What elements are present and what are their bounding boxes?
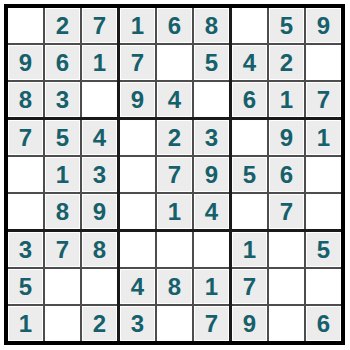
cell-r5c7: 5 bbox=[232, 157, 267, 192]
cell-r1c9: 9 bbox=[306, 8, 341, 43]
cell-r6c7[interactable] bbox=[232, 194, 267, 229]
cell-r8c6: 1 bbox=[194, 269, 229, 304]
cell-r4c5: 2 bbox=[157, 120, 192, 155]
cell-r5c9[interactable] bbox=[306, 157, 341, 192]
cell-r8c4: 4 bbox=[120, 269, 155, 304]
cell-r1c4: 1 bbox=[120, 8, 155, 43]
cell-r2c3: 1 bbox=[82, 45, 117, 80]
box-3-1: 378512 bbox=[8, 232, 117, 341]
cell-r6c6: 4 bbox=[194, 194, 229, 229]
cell-r4c9: 1 bbox=[306, 120, 341, 155]
cell-r8c2[interactable] bbox=[45, 269, 80, 304]
cell-r9c9: 6 bbox=[306, 306, 341, 341]
cell-r4c7[interactable] bbox=[232, 120, 267, 155]
cell-r1c3: 7 bbox=[82, 8, 117, 43]
cell-r6c4[interactable] bbox=[120, 194, 155, 229]
cell-r5c3: 3 bbox=[82, 157, 117, 192]
cell-r3c2: 3 bbox=[45, 82, 80, 117]
cell-r2c9[interactable] bbox=[306, 45, 341, 80]
cell-r2c6: 5 bbox=[194, 45, 229, 80]
cell-r2c1: 9 bbox=[8, 45, 43, 80]
cell-r5c8: 6 bbox=[269, 157, 304, 192]
box-1-1: 2796183 bbox=[8, 8, 117, 117]
cell-r5c1[interactable] bbox=[8, 157, 43, 192]
cell-r2c5[interactable] bbox=[157, 45, 192, 80]
cell-r9c3: 2 bbox=[82, 306, 117, 341]
cell-r1c1[interactable] bbox=[8, 8, 43, 43]
cell-r7c8[interactable] bbox=[269, 232, 304, 267]
box-3-2: 48137 bbox=[120, 232, 229, 341]
cell-r4c6: 3 bbox=[194, 120, 229, 155]
cell-r9c8[interactable] bbox=[269, 306, 304, 341]
cell-r1c6: 8 bbox=[194, 8, 229, 43]
cell-r2c8: 2 bbox=[269, 45, 304, 80]
box-2-2: 237914 bbox=[120, 120, 229, 229]
cell-r7c9: 5 bbox=[306, 232, 341, 267]
cell-r9c7: 9 bbox=[232, 306, 267, 341]
cell-r8c1: 5 bbox=[8, 269, 43, 304]
cell-r9c1: 1 bbox=[8, 306, 43, 341]
cell-r3c7: 6 bbox=[232, 82, 267, 117]
cell-r7c7: 1 bbox=[232, 232, 267, 267]
cell-r3c3[interactable] bbox=[82, 82, 117, 117]
cell-r6c8: 7 bbox=[269, 194, 304, 229]
cell-r3c1: 8 bbox=[8, 82, 43, 117]
cell-r7c2: 7 bbox=[45, 232, 80, 267]
cell-r6c3: 9 bbox=[82, 194, 117, 229]
cell-r7c4[interactable] bbox=[120, 232, 155, 267]
cell-r3c5: 4 bbox=[157, 82, 192, 117]
page: 2796183168759459426177541389237914915673… bbox=[0, 0, 350, 350]
cell-r3c9: 7 bbox=[306, 82, 341, 117]
cell-r4c1: 7 bbox=[8, 120, 43, 155]
cell-r3c4: 9 bbox=[120, 82, 155, 117]
cell-r2c2: 6 bbox=[45, 45, 80, 80]
box-1-3: 5942617 bbox=[232, 8, 341, 117]
cell-r5c6: 9 bbox=[194, 157, 229, 192]
cell-r4c8: 9 bbox=[269, 120, 304, 155]
cell-r4c4[interactable] bbox=[120, 120, 155, 155]
cell-r8c7: 7 bbox=[232, 269, 267, 304]
cell-r9c6: 7 bbox=[194, 306, 229, 341]
cell-r6c9[interactable] bbox=[306, 194, 341, 229]
cell-r8c5: 8 bbox=[157, 269, 192, 304]
cell-r7c3: 8 bbox=[82, 232, 117, 267]
cell-r6c5: 1 bbox=[157, 194, 192, 229]
cell-r1c2: 2 bbox=[45, 8, 80, 43]
cell-r7c5[interactable] bbox=[157, 232, 192, 267]
cell-r2c4: 7 bbox=[120, 45, 155, 80]
cell-r3c8: 1 bbox=[269, 82, 304, 117]
cell-r8c9[interactable] bbox=[306, 269, 341, 304]
cell-r6c2: 8 bbox=[45, 194, 80, 229]
cell-r8c8[interactable] bbox=[269, 269, 304, 304]
sudoku-board: 2796183168759459426177541389237914915673… bbox=[4, 4, 345, 345]
cell-r7c6[interactable] bbox=[194, 232, 229, 267]
cell-r6c1[interactable] bbox=[8, 194, 43, 229]
box-2-1: 7541389 bbox=[8, 120, 117, 229]
cell-r2c7: 4 bbox=[232, 45, 267, 80]
cell-r7c1: 3 bbox=[8, 232, 43, 267]
cell-r1c8: 5 bbox=[269, 8, 304, 43]
cell-r9c2[interactable] bbox=[45, 306, 80, 341]
box-2-3: 91567 bbox=[232, 120, 341, 229]
cell-r3c6[interactable] bbox=[194, 82, 229, 117]
box-3-3: 15796 bbox=[232, 232, 341, 341]
cell-r9c4: 3 bbox=[120, 306, 155, 341]
cell-r1c5: 6 bbox=[157, 8, 192, 43]
cell-r5c2: 1 bbox=[45, 157, 80, 192]
box-1-2: 1687594 bbox=[120, 8, 229, 117]
cell-r4c3: 4 bbox=[82, 120, 117, 155]
cell-r1c7[interactable] bbox=[232, 8, 267, 43]
cell-r5c5: 7 bbox=[157, 157, 192, 192]
cell-r9c5[interactable] bbox=[157, 306, 192, 341]
cell-r8c3[interactable] bbox=[82, 269, 117, 304]
cell-r5c4[interactable] bbox=[120, 157, 155, 192]
cell-r4c2: 5 bbox=[45, 120, 80, 155]
